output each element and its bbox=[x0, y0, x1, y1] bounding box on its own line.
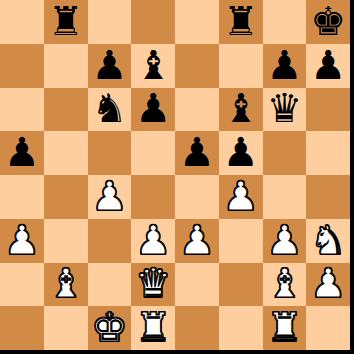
white-rook[interactable]: ♜ bbox=[135, 307, 171, 347]
square-a3[interactable]: ♟ bbox=[0, 219, 44, 263]
square-a1[interactable] bbox=[0, 306, 44, 350]
square-f2[interactable] bbox=[219, 263, 263, 307]
square-c7[interactable]: ♟ bbox=[88, 44, 132, 88]
square-d3[interactable]: ♟ bbox=[131, 219, 175, 263]
black-pawn[interactable]: ♟ bbox=[4, 132, 40, 172]
square-f4[interactable]: ♟ bbox=[219, 175, 263, 219]
square-d5[interactable] bbox=[131, 131, 175, 175]
square-b5[interactable] bbox=[44, 131, 88, 175]
white-pawn[interactable]: ♟ bbox=[223, 176, 259, 216]
square-d4[interactable] bbox=[131, 175, 175, 219]
black-pawn[interactable]: ♟ bbox=[223, 132, 259, 172]
square-e5[interactable]: ♟ bbox=[175, 131, 219, 175]
square-f6[interactable]: ♝ bbox=[219, 88, 263, 132]
black-pawn[interactable]: ♟ bbox=[266, 45, 302, 85]
square-a7[interactable] bbox=[0, 44, 44, 88]
square-h1[interactable] bbox=[306, 306, 350, 350]
square-c5[interactable] bbox=[88, 131, 132, 175]
square-a8[interactable] bbox=[0, 0, 44, 44]
square-b2[interactable]: ♝ bbox=[44, 263, 88, 307]
square-b6[interactable] bbox=[44, 88, 88, 132]
square-g5[interactable] bbox=[263, 131, 307, 175]
black-rook[interactable]: ♜ bbox=[48, 1, 84, 41]
chess-position-screenshot: ♜♜♚♟♝♟♟♞♟♝♛♟♟♟♟♟♟♟♟♟♞♝♛♝♟♚♜♜ bbox=[0, 0, 354, 354]
black-queen[interactable]: ♛ bbox=[266, 88, 302, 128]
black-pawn[interactable]: ♟ bbox=[310, 45, 346, 85]
square-c3[interactable] bbox=[88, 219, 132, 263]
square-d6[interactable]: ♟ bbox=[131, 88, 175, 132]
square-b4[interactable] bbox=[44, 175, 88, 219]
square-c8[interactable] bbox=[88, 0, 132, 44]
square-f3[interactable] bbox=[219, 219, 263, 263]
square-c6[interactable]: ♞ bbox=[88, 88, 132, 132]
square-a4[interactable] bbox=[0, 175, 44, 219]
square-g6[interactable]: ♛ bbox=[263, 88, 307, 132]
black-bishop[interactable]: ♝ bbox=[135, 45, 171, 85]
square-c4[interactable]: ♟ bbox=[88, 175, 132, 219]
square-a6[interactable] bbox=[0, 88, 44, 132]
white-pawn[interactable]: ♟ bbox=[135, 220, 171, 260]
square-g2[interactable]: ♝ bbox=[263, 263, 307, 307]
white-pawn[interactable]: ♟ bbox=[179, 220, 215, 260]
square-e7[interactable] bbox=[175, 44, 219, 88]
white-pawn[interactable]: ♟ bbox=[266, 220, 302, 260]
black-bishop[interactable]: ♝ bbox=[223, 88, 259, 128]
white-bishop[interactable]: ♝ bbox=[48, 263, 84, 303]
square-d1[interactable]: ♜ bbox=[131, 306, 175, 350]
square-b8[interactable]: ♜ bbox=[44, 0, 88, 44]
square-f7[interactable] bbox=[219, 44, 263, 88]
square-h6[interactable] bbox=[306, 88, 350, 132]
square-e4[interactable] bbox=[175, 175, 219, 219]
black-pawn[interactable]: ♟ bbox=[135, 88, 171, 128]
square-e6[interactable] bbox=[175, 88, 219, 132]
square-c1[interactable]: ♚ bbox=[88, 306, 132, 350]
white-rook[interactable]: ♜ bbox=[266, 307, 302, 347]
square-g8[interactable] bbox=[263, 0, 307, 44]
black-king[interactable]: ♚ bbox=[310, 1, 346, 41]
square-f5[interactable]: ♟ bbox=[219, 131, 263, 175]
square-d7[interactable]: ♝ bbox=[131, 44, 175, 88]
white-queen[interactable]: ♛ bbox=[135, 263, 171, 303]
white-knight[interactable]: ♞ bbox=[310, 220, 346, 260]
square-f8[interactable]: ♜ bbox=[219, 0, 263, 44]
square-e8[interactable] bbox=[175, 0, 219, 44]
square-h7[interactable]: ♟ bbox=[306, 44, 350, 88]
square-h3[interactable]: ♞ bbox=[306, 219, 350, 263]
white-bishop[interactable]: ♝ bbox=[266, 263, 302, 303]
square-c2[interactable] bbox=[88, 263, 132, 307]
black-pawn[interactable]: ♟ bbox=[179, 132, 215, 172]
white-pawn[interactable]: ♟ bbox=[310, 263, 346, 303]
square-b7[interactable] bbox=[44, 44, 88, 88]
black-knight[interactable]: ♞ bbox=[91, 88, 127, 128]
square-h8[interactable]: ♚ bbox=[306, 0, 350, 44]
square-h5[interactable] bbox=[306, 131, 350, 175]
black-pawn[interactable]: ♟ bbox=[91, 45, 127, 85]
square-a5[interactable]: ♟ bbox=[0, 131, 44, 175]
square-g1[interactable]: ♜ bbox=[263, 306, 307, 350]
chess-board[interactable]: ♜♜♚♟♝♟♟♞♟♝♛♟♟♟♟♟♟♟♟♟♞♝♛♝♟♚♜♜ bbox=[0, 0, 354, 354]
square-a2[interactable] bbox=[0, 263, 44, 307]
black-rook[interactable]: ♜ bbox=[223, 1, 259, 41]
square-h4[interactable] bbox=[306, 175, 350, 219]
square-g7[interactable]: ♟ bbox=[263, 44, 307, 88]
square-b1[interactable] bbox=[44, 306, 88, 350]
square-f1[interactable] bbox=[219, 306, 263, 350]
square-h2[interactable]: ♟ bbox=[306, 263, 350, 307]
square-g3[interactable]: ♟ bbox=[263, 219, 307, 263]
white-pawn[interactable]: ♟ bbox=[4, 220, 40, 260]
square-e2[interactable] bbox=[175, 263, 219, 307]
square-b3[interactable] bbox=[44, 219, 88, 263]
square-e3[interactable]: ♟ bbox=[175, 219, 219, 263]
square-d2[interactable]: ♛ bbox=[131, 263, 175, 307]
square-e1[interactable] bbox=[175, 306, 219, 350]
square-g4[interactable] bbox=[263, 175, 307, 219]
square-d8[interactable] bbox=[131, 0, 175, 44]
white-king[interactable]: ♚ bbox=[91, 307, 127, 347]
white-pawn[interactable]: ♟ bbox=[91, 176, 127, 216]
